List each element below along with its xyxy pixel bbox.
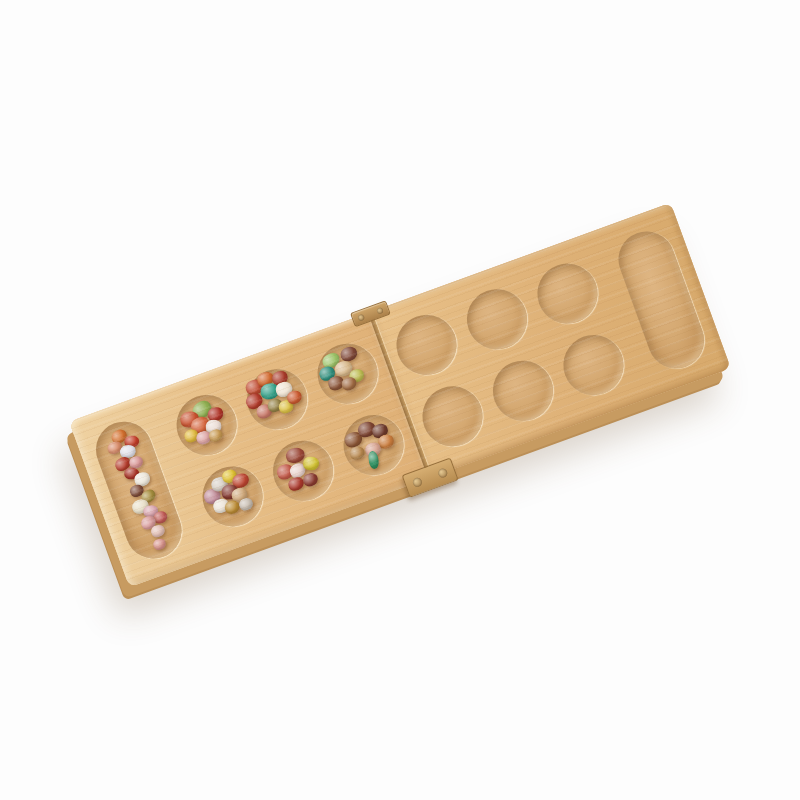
pit-right-far-3[interactable]	[529, 255, 606, 332]
hinge-screw-icon	[412, 477, 424, 489]
store-right[interactable]	[611, 224, 712, 377]
gemstone-counter	[303, 457, 319, 471]
pit-left-near-2[interactable]	[265, 432, 342, 509]
pit-left-far-2[interactable]	[239, 361, 316, 438]
pit-right-near-1[interactable]	[414, 378, 491, 455]
gemstone-counter	[152, 537, 168, 552]
pit-left-far-1[interactable]	[168, 387, 245, 464]
pit-grid-right	[388, 255, 632, 455]
board-half-left	[69, 313, 428, 587]
mancala-board	[69, 203, 731, 587]
pit-right-far-1[interactable]	[388, 306, 465, 383]
pit-left-near-1[interactable]	[194, 458, 271, 535]
pit-left-near-3[interactable]	[335, 407, 412, 484]
store-left[interactable]	[88, 414, 189, 567]
pit-left-far-3[interactable]	[309, 335, 386, 412]
hinge-screw-icon	[376, 306, 384, 314]
pit-right-far-2[interactable]	[458, 281, 535, 358]
hinge-screw-icon	[437, 467, 449, 479]
board-half-right	[372, 203, 731, 477]
pit-right-near-3[interactable]	[555, 327, 632, 404]
hinge-screw-icon	[357, 313, 365, 321]
pit-grid-left	[168, 335, 412, 535]
photo-background	[0, 0, 800, 800]
pit-right-near-2[interactable]	[484, 352, 561, 429]
